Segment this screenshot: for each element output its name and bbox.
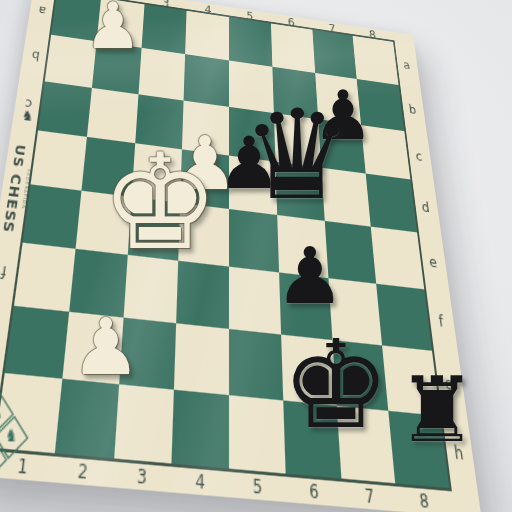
square-f1[interactable]	[14, 242, 75, 311]
square-e1[interactable]	[23, 184, 82, 248]
square-g4[interactable]	[174, 323, 229, 396]
square-h3[interactable]	[114, 385, 175, 464]
black-pawn-f6[interactable]: ♟	[275, 237, 345, 315]
black-queen-e6[interactable]: ♛	[241, 93, 352, 217]
black-rook-h8[interactable]: ♜	[397, 365, 478, 455]
knight-logo-icon: ♞	[21, 107, 35, 124]
square-f5[interactable]	[229, 266, 281, 334]
square-a7[interactable]	[312, 30, 357, 79]
square-d8[interactable]	[366, 174, 417, 233]
square-h4[interactable]	[172, 390, 229, 469]
square-b4[interactable]	[184, 54, 229, 106]
square-d1[interactable]	[31, 131, 87, 191]
white-pawn-a2[interactable]: ♟	[84, 0, 141, 58]
square-h5[interactable]	[229, 395, 285, 473]
square-a3[interactable]	[141, 4, 187, 54]
white-pawn-g2[interactable]: ♟	[71, 308, 141, 386]
black-king-h6[interactable]: ♚	[281, 324, 390, 446]
square-e8[interactable]	[371, 227, 424, 289]
square-b3[interactable]	[138, 48, 185, 101]
square-c1[interactable]	[38, 81, 92, 137]
square-g5[interactable]	[229, 328, 283, 401]
square-a4[interactable]	[185, 11, 229, 60]
photo-scene: 12345678 12345678 abcfgh abcdefgh ♞ US C…	[0, 0, 512, 512]
square-a6[interactable]	[271, 23, 315, 72]
white-king-e3[interactable]: ♚	[101, 136, 219, 268]
square-g1[interactable]	[5, 305, 69, 379]
square-a5[interactable]	[229, 17, 272, 66]
